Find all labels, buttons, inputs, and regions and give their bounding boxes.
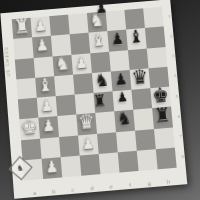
piece-wR-a1[interactable]: ♜	[13, 16, 31, 37]
board-brand-text: US CHESS	[4, 46, 11, 77]
piece-wK-f1[interactable]: ♚	[21, 117, 39, 139]
square-g3[interactable]	[59, 135, 80, 157]
square-f3[interactable]	[57, 115, 78, 137]
rank-label-2: 2	[169, 26, 173, 46]
piece-wP-b2[interactable]: ♟	[35, 37, 49, 53]
piece-bP-b6[interactable]: ♟	[111, 31, 125, 47]
piece-bQ-d7[interactable]: ♛	[131, 67, 149, 88]
square-a1[interactable]: ♜	[12, 18, 32, 39]
piece-bB-b7[interactable]: ♝	[128, 28, 144, 47]
captured-piece-bP-top[interactable]: ♟	[95, 1, 108, 16]
piece-wP-g4[interactable]: ♟	[81, 135, 95, 152]
square-g2[interactable]	[40, 137, 61, 159]
square-c8[interactable]	[147, 47, 168, 69]
square-d7[interactable]: ♛	[130, 68, 151, 90]
piece-wP-e2[interactable]: ♟	[40, 98, 54, 115]
square-b8[interactable]	[145, 27, 166, 48]
square-g1[interactable]	[21, 138, 42, 160]
piece-bN-d5[interactable]: ♞	[94, 71, 110, 90]
piece-wP-a2[interactable]: ♟	[34, 18, 48, 34]
piece-wP-h2[interactable]: ♟	[45, 158, 59, 175]
piece-wB-d2[interactable]: ♝	[38, 76, 54, 95]
photo-frame: ♜♟♞♟♝♟♝♞♟♝♞♟♛♟♚♚♟♛♞♜♟♟ abcdefgh 12345678…	[0, 0, 200, 200]
square-d3[interactable]	[54, 74, 75, 96]
piece-wN-c3[interactable]: ♞	[55, 54, 71, 73]
square-b7[interactable]: ♝	[126, 28, 147, 49]
square-d1[interactable]	[16, 78, 36, 100]
scene: ♜♟♞♟♝♟♝♞♟♝♞♟♛♟♚♚♟♛♞♜♟♟ abcdefgh 12345678…	[0, 0, 200, 200]
square-a6[interactable]	[106, 10, 127, 31]
piece-wB-b5[interactable]: ♝	[91, 31, 107, 50]
square-c6[interactable]	[109, 50, 130, 72]
square-h3[interactable]	[61, 155, 82, 177]
square-b4[interactable]	[70, 33, 90, 55]
square-b5[interactable]: ♝	[89, 31, 110, 53]
file-label-a: a	[25, 189, 45, 197]
piece-bP-d6[interactable]: ♟	[114, 71, 128, 88]
square-c4[interactable]: ♟	[71, 53, 92, 75]
square-a3[interactable]	[49, 15, 69, 36]
file-label-c: c	[63, 185, 83, 193]
captured-piece-bR-bottom-right[interactable]: ♜	[93, 86, 187, 194]
square-d2[interactable]: ♝	[35, 76, 56, 98]
square-a4[interactable]	[68, 13, 88, 34]
square-a2[interactable]: ♟	[31, 16, 51, 37]
square-b1[interactable]	[13, 38, 33, 60]
square-d6[interactable]: ♟	[111, 70, 132, 92]
square-e2[interactable]: ♟	[37, 96, 58, 118]
chess-board: ♜♟♞♟♝♟♝♞♟♝♞♟♛♟♚♚♟♛♞♜♟♟ abcdefgh 12345678…	[0, 0, 187, 199]
rank-label-3: 3	[171, 46, 175, 66]
knight-emblem-glyph: ♞	[17, 164, 25, 173]
square-c3[interactable]: ♞	[52, 54, 73, 76]
rank-label-4: 4	[173, 66, 177, 86]
square-b6[interactable]: ♟	[107, 30, 128, 51]
square-e3[interactable]	[56, 95, 77, 117]
rank-label-1: 1	[167, 6, 171, 26]
file-label-b: b	[44, 187, 64, 195]
square-c1[interactable]	[15, 58, 35, 80]
piece-wP-c4[interactable]: ♟	[75, 54, 89, 71]
square-b2[interactable]: ♟	[32, 36, 52, 58]
piece-wP-f2[interactable]: ♟	[42, 118, 56, 135]
piece-wQ-f4[interactable]: ♛	[78, 112, 96, 134]
square-f2[interactable]: ♟	[38, 116, 59, 138]
square-a8[interactable]	[143, 7, 164, 28]
square-d4[interactable]	[73, 73, 94, 95]
square-f1[interactable]: ♚	[19, 118, 40, 140]
file-label-d: d	[82, 184, 102, 192]
square-h2[interactable]: ♟	[42, 157, 63, 179]
